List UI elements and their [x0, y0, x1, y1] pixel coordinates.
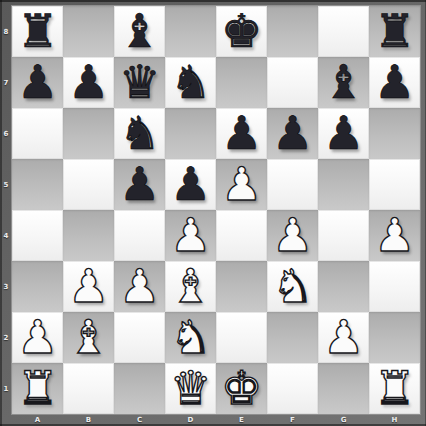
- square-e1[interactable]: ♚: [216, 363, 267, 414]
- black-pawn[interactable]: ♟: [119, 159, 160, 210]
- white-bishop[interactable]: ♝: [170, 261, 211, 312]
- rank-label-4: 4: [0, 210, 12, 261]
- square-b3[interactable]: ♟: [63, 261, 114, 312]
- square-h5[interactable]: [369, 159, 420, 210]
- square-a1[interactable]: ♜: [12, 363, 63, 414]
- square-e3[interactable]: [216, 261, 267, 312]
- square-h4[interactable]: ♟: [369, 210, 420, 261]
- black-knight[interactable]: ♞: [170, 57, 211, 108]
- square-g2[interactable]: ♟: [318, 312, 369, 363]
- file-label-b: B: [63, 414, 114, 426]
- square-f8[interactable]: [267, 6, 318, 57]
- rank-label-1: 1: [0, 363, 12, 414]
- white-pawn[interactable]: ♟: [68, 261, 109, 312]
- square-h2[interactable]: [369, 312, 420, 363]
- black-rook[interactable]: ♜: [374, 6, 415, 57]
- square-c4[interactable]: [114, 210, 165, 261]
- black-pawn[interactable]: ♟: [272, 108, 313, 159]
- square-d7[interactable]: ♞: [165, 57, 216, 108]
- black-pawn[interactable]: ♟: [17, 57, 58, 108]
- white-knight[interactable]: ♞: [272, 261, 313, 312]
- square-d8[interactable]: [165, 6, 216, 57]
- black-king[interactable]: ♚: [221, 6, 262, 57]
- square-a5[interactable]: [12, 159, 63, 210]
- rank-label-3: 3: [0, 261, 12, 312]
- square-e2[interactable]: [216, 312, 267, 363]
- square-b7[interactable]: ♟: [63, 57, 114, 108]
- square-h7[interactable]: ♟: [369, 57, 420, 108]
- black-rook[interactable]: ♜: [17, 6, 58, 57]
- black-pawn[interactable]: ♟: [323, 108, 364, 159]
- black-pawn[interactable]: ♟: [374, 57, 415, 108]
- square-b1[interactable]: [63, 363, 114, 414]
- white-rook[interactable]: ♜: [17, 363, 58, 414]
- black-pawn[interactable]: ♟: [170, 159, 211, 210]
- chess-board[interactable]: ♜♝♚♜♟♟♛♞♝♟♞♟♟♟♟♟♟♟♟♟♟♟♝♞♟♝♞♟♜♛♚♜: [12, 6, 420, 414]
- rank-label-8: 8: [0, 6, 12, 57]
- black-knight[interactable]: ♞: [119, 108, 160, 159]
- square-g6[interactable]: ♟: [318, 108, 369, 159]
- square-f5[interactable]: [267, 159, 318, 210]
- square-h8[interactable]: ♜: [369, 6, 420, 57]
- square-d5[interactable]: ♟: [165, 159, 216, 210]
- square-f2[interactable]: [267, 312, 318, 363]
- rank-label-5: 5: [0, 159, 12, 210]
- rank-label-6: 6: [0, 108, 12, 159]
- square-f3[interactable]: ♞: [267, 261, 318, 312]
- square-a6[interactable]: [12, 108, 63, 159]
- square-a4[interactable]: [12, 210, 63, 261]
- square-e8[interactable]: ♚: [216, 6, 267, 57]
- square-e6[interactable]: ♟: [216, 108, 267, 159]
- square-c7[interactable]: ♛: [114, 57, 165, 108]
- square-c2[interactable]: [114, 312, 165, 363]
- white-knight[interactable]: ♞: [170, 312, 211, 363]
- square-b5[interactable]: [63, 159, 114, 210]
- square-f4[interactable]: ♟: [267, 210, 318, 261]
- white-pawn[interactable]: ♟: [170, 210, 211, 261]
- square-c5[interactable]: ♟: [114, 159, 165, 210]
- square-h6[interactable]: [369, 108, 420, 159]
- file-label-c: C: [114, 414, 165, 426]
- square-g4[interactable]: [318, 210, 369, 261]
- square-a2[interactable]: ♟: [12, 312, 63, 363]
- square-d2[interactable]: ♞: [165, 312, 216, 363]
- square-b2[interactable]: ♝: [63, 312, 114, 363]
- square-d1[interactable]: ♛: [165, 363, 216, 414]
- square-g1[interactable]: [318, 363, 369, 414]
- black-queen[interactable]: ♛: [119, 57, 160, 108]
- white-pawn[interactable]: ♟: [272, 210, 313, 261]
- square-d4[interactable]: ♟: [165, 210, 216, 261]
- white-pawn[interactable]: ♟: [119, 261, 160, 312]
- rank-label-7: 7: [0, 57, 12, 108]
- square-c8[interactable]: ♝: [114, 6, 165, 57]
- square-g5[interactable]: [318, 159, 369, 210]
- square-d3[interactable]: ♝: [165, 261, 216, 312]
- square-h3[interactable]: [369, 261, 420, 312]
- white-pawn[interactable]: ♟: [374, 210, 415, 261]
- square-c1[interactable]: [114, 363, 165, 414]
- file-labels: ABCDEFGH: [12, 414, 420, 426]
- file-label-e: E: [216, 414, 267, 426]
- square-b4[interactable]: [63, 210, 114, 261]
- white-king[interactable]: ♚: [221, 363, 262, 414]
- file-label-g: G: [318, 414, 369, 426]
- black-pawn[interactable]: ♟: [221, 108, 262, 159]
- file-label-h: H: [369, 414, 420, 426]
- white-pawn[interactable]: ♟: [323, 312, 364, 363]
- square-c3[interactable]: ♟: [114, 261, 165, 312]
- square-b8[interactable]: [63, 6, 114, 57]
- rank-labels: 87654321: [0, 6, 12, 414]
- square-b6[interactable]: [63, 108, 114, 159]
- black-bishop[interactable]: ♝: [323, 57, 364, 108]
- black-bishop[interactable]: ♝: [119, 6, 160, 57]
- file-label-d: D: [165, 414, 216, 426]
- white-pawn[interactable]: ♟: [17, 312, 58, 363]
- square-f1[interactable]: [267, 363, 318, 414]
- square-e5[interactable]: ♟: [216, 159, 267, 210]
- square-h1[interactable]: ♜: [369, 363, 420, 414]
- square-a8[interactable]: ♜: [12, 6, 63, 57]
- square-f7[interactable]: [267, 57, 318, 108]
- white-pawn[interactable]: ♟: [221, 159, 262, 210]
- white-rook[interactable]: ♜: [374, 363, 415, 414]
- square-d6[interactable]: [165, 108, 216, 159]
- white-bishop[interactable]: ♝: [68, 312, 109, 363]
- file-label-f: F: [267, 414, 318, 426]
- square-a3[interactable]: [12, 261, 63, 312]
- square-e7[interactable]: [216, 57, 267, 108]
- square-g8[interactable]: [318, 6, 369, 57]
- black-pawn[interactable]: ♟: [68, 57, 109, 108]
- square-e4[interactable]: [216, 210, 267, 261]
- square-f6[interactable]: ♟: [267, 108, 318, 159]
- file-label-a: A: [12, 414, 63, 426]
- square-a7[interactable]: ♟: [12, 57, 63, 108]
- square-c6[interactable]: ♞: [114, 108, 165, 159]
- square-g3[interactable]: [318, 261, 369, 312]
- white-queen[interactable]: ♛: [170, 363, 211, 414]
- chess-board-frame: 87654321 ABCDEFGH ♜♝♚♜♟♟♛♞♝♟♞♟♟♟♟♟♟♟♟♟♟♟…: [0, 0, 426, 426]
- square-g7[interactable]: ♝: [318, 57, 369, 108]
- rank-label-2: 2: [0, 312, 12, 363]
